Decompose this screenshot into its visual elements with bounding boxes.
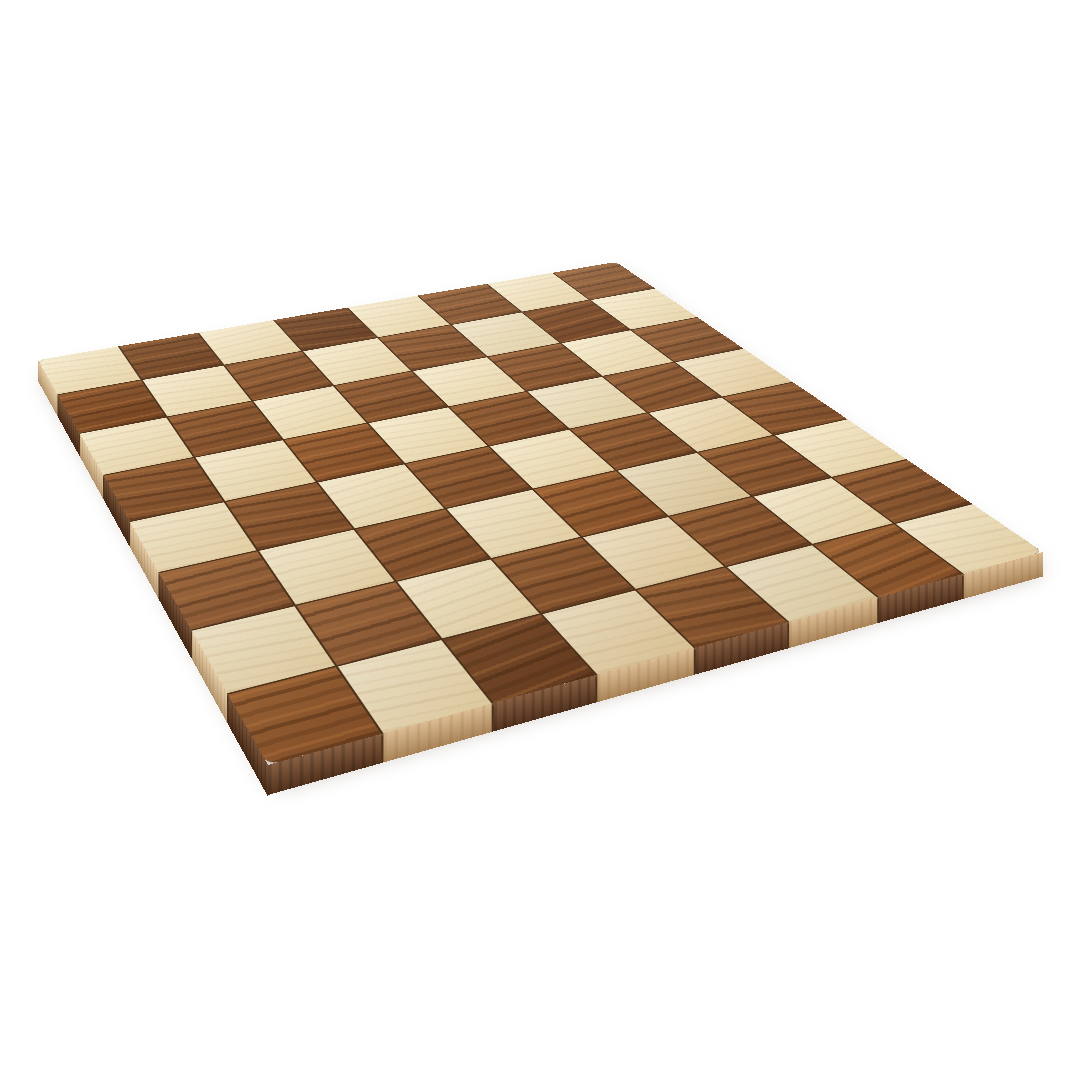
product-photo — [0, 0, 1080, 1080]
